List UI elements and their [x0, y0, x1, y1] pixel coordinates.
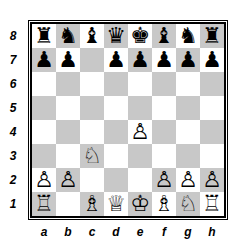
square-c7[interactable] — [80, 48, 104, 72]
square-a6[interactable] — [32, 72, 56, 96]
square-b1[interactable] — [56, 192, 80, 216]
square-b6[interactable] — [56, 72, 80, 96]
rank-label-7: 7 — [2, 48, 24, 72]
file-label-c: c — [80, 224, 104, 240]
board-grid: ♜♞♝♛♚♝♞♜♟♟♟♟♟♟♟♙♘♙♙♙♙♙♖♗♕♔♗♘♖ — [30, 22, 226, 218]
black-pawn: ♟ — [128, 48, 152, 72]
square-d4[interactable] — [104, 120, 128, 144]
square-a2[interactable]: ♙ — [32, 168, 56, 192]
square-f7[interactable]: ♟ — [152, 48, 176, 72]
square-h7[interactable]: ♟ — [200, 48, 224, 72]
white-knight: ♘ — [176, 192, 200, 216]
square-b3[interactable] — [56, 144, 80, 168]
file-label-d: d — [104, 224, 128, 240]
square-h8[interactable]: ♜ — [200, 24, 224, 48]
black-rook: ♜ — [200, 24, 224, 48]
black-bishop: ♝ — [80, 24, 104, 48]
square-c6[interactable] — [80, 72, 104, 96]
square-a1[interactable]: ♖ — [32, 192, 56, 216]
square-a4[interactable] — [32, 120, 56, 144]
square-g5[interactable] — [176, 96, 200, 120]
black-pawn: ♟ — [32, 48, 56, 72]
white-pawn: ♙ — [32, 168, 56, 192]
square-d3[interactable] — [104, 144, 128, 168]
file-label-b: b — [56, 224, 80, 240]
black-rook: ♜ — [32, 24, 56, 48]
square-e4[interactable]: ♙ — [128, 120, 152, 144]
white-pawn: ♙ — [152, 168, 176, 192]
rank-label-6: 6 — [2, 72, 24, 96]
black-pawn: ♟ — [152, 48, 176, 72]
rank-label-8: 8 — [2, 24, 24, 48]
file-label-h: h — [200, 224, 224, 240]
square-c4[interactable] — [80, 120, 104, 144]
file-label-f: f — [152, 224, 176, 240]
square-b7[interactable]: ♟ — [56, 48, 80, 72]
square-d1[interactable]: ♕ — [104, 192, 128, 216]
file-labels: a b c d e f g h — [32, 224, 224, 240]
square-c3[interactable]: ♘ — [80, 144, 104, 168]
white-pawn: ♙ — [56, 168, 80, 192]
square-f2[interactable]: ♙ — [152, 168, 176, 192]
black-pawn: ♟ — [200, 48, 224, 72]
square-b8[interactable]: ♞ — [56, 24, 80, 48]
white-knight: ♘ — [80, 144, 104, 168]
square-e7[interactable]: ♟ — [128, 48, 152, 72]
rank-labels: 8 7 6 5 4 3 2 1 — [2, 24, 24, 216]
black-knight: ♞ — [176, 24, 200, 48]
white-bishop: ♗ — [80, 192, 104, 216]
black-pawn: ♟ — [104, 48, 128, 72]
square-e3[interactable] — [128, 144, 152, 168]
square-g6[interactable] — [176, 72, 200, 96]
file-label-e: e — [128, 224, 152, 240]
black-king: ♚ — [128, 24, 152, 48]
square-h3[interactable] — [200, 144, 224, 168]
square-h6[interactable] — [200, 72, 224, 96]
square-b4[interactable] — [56, 120, 80, 144]
square-h1[interactable]: ♖ — [200, 192, 224, 216]
square-g7[interactable]: ♟ — [176, 48, 200, 72]
black-pawn: ♟ — [56, 48, 80, 72]
square-a5[interactable] — [32, 96, 56, 120]
rank-label-5: 5 — [2, 96, 24, 120]
chess-diagram: 8 7 6 5 4 3 2 1 ♜♞♝♛♚♝♞♜♟♟♟♟♟♟♟♙♘♙♙♙♙♙♖♗… — [0, 0, 248, 248]
black-knight: ♞ — [56, 24, 80, 48]
square-f1[interactable]: ♗ — [152, 192, 176, 216]
white-bishop: ♗ — [152, 192, 176, 216]
square-e1[interactable]: ♔ — [128, 192, 152, 216]
square-b5[interactable] — [56, 96, 80, 120]
rank-label-2: 2 — [2, 168, 24, 192]
square-d2[interactable] — [104, 168, 128, 192]
square-d7[interactable]: ♟ — [104, 48, 128, 72]
white-pawn: ♙ — [128, 120, 152, 144]
square-f3[interactable] — [152, 144, 176, 168]
black-pawn: ♟ — [176, 48, 200, 72]
square-d8[interactable]: ♛ — [104, 24, 128, 48]
square-e5[interactable] — [128, 96, 152, 120]
square-c5[interactable] — [80, 96, 104, 120]
square-b2[interactable]: ♙ — [56, 168, 80, 192]
square-a7[interactable]: ♟ — [32, 48, 56, 72]
square-h5[interactable] — [200, 96, 224, 120]
white-rook: ♖ — [200, 192, 224, 216]
square-h4[interactable] — [200, 120, 224, 144]
rank-label-3: 3 — [2, 144, 24, 168]
square-e6[interactable] — [128, 72, 152, 96]
square-a8[interactable]: ♜ — [32, 24, 56, 48]
white-rook: ♖ — [32, 192, 56, 216]
square-a3[interactable] — [32, 144, 56, 168]
square-e2[interactable] — [128, 168, 152, 192]
square-g1[interactable]: ♘ — [176, 192, 200, 216]
file-label-g: g — [176, 224, 200, 240]
square-c8[interactable]: ♝ — [80, 24, 104, 48]
square-g2[interactable]: ♙ — [176, 168, 200, 192]
square-c2[interactable] — [80, 168, 104, 192]
square-f5[interactable] — [152, 96, 176, 120]
square-g4[interactable] — [176, 120, 200, 144]
square-g8[interactable]: ♞ — [176, 24, 200, 48]
chess-board: ♜♞♝♛♚♝♞♜♟♟♟♟♟♟♟♙♘♙♙♙♙♙♖♗♕♔♗♘♖ — [28, 20, 228, 220]
white-pawn: ♙ — [200, 168, 224, 192]
white-king: ♔ — [128, 192, 152, 216]
square-e8[interactable]: ♚ — [128, 24, 152, 48]
white-queen: ♕ — [104, 192, 128, 216]
black-bishop: ♝ — [152, 24, 176, 48]
square-f4[interactable] — [152, 120, 176, 144]
square-f8[interactable]: ♝ — [152, 24, 176, 48]
square-f6[interactable] — [152, 72, 176, 96]
black-queen: ♛ — [104, 24, 128, 48]
rank-label-1: 1 — [2, 192, 24, 216]
square-h2[interactable]: ♙ — [200, 168, 224, 192]
rank-label-4: 4 — [2, 120, 24, 144]
white-pawn: ♙ — [176, 168, 200, 192]
square-d5[interactable] — [104, 96, 128, 120]
square-d6[interactable] — [104, 72, 128, 96]
file-label-a: a — [32, 224, 56, 240]
square-g3[interactable] — [176, 144, 200, 168]
square-c1[interactable]: ♗ — [80, 192, 104, 216]
